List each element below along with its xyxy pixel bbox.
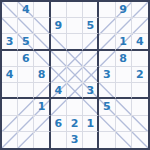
given-digit: 3 [6,35,14,48]
cell-r7c4[interactable]: 2 [67,116,83,132]
cell-r1c4[interactable] [67,18,83,34]
given-digit: 1 [86,117,94,130]
cell-r0c5[interactable] [83,2,99,18]
cell-r3c6[interactable] [99,51,115,67]
cell-r0c0[interactable] [2,2,18,18]
cell-r5c2[interactable] [34,83,50,99]
cell-r3c1[interactable]: 6 [18,51,34,67]
given-digit: 3 [103,68,111,81]
cell-r1c5[interactable]: 5 [83,18,99,34]
given-digit: 3 [71,133,79,146]
cell-r6c7[interactable] [116,99,132,115]
cell-r1c3[interactable]: 9 [51,18,67,34]
sudoku-grid: 4995351468483243156213 [2,2,148,148]
cell-r1c8[interactable] [132,18,148,34]
cell-r2c1[interactable]: 5 [18,34,34,50]
cell-r6c4[interactable] [67,99,83,115]
given-digit: 1 [119,35,127,48]
given-digit: 5 [22,35,30,48]
cell-r7c3[interactable]: 6 [51,116,67,132]
cell-r7c2[interactable] [34,116,50,132]
cell-r0c7[interactable]: 9 [116,2,132,18]
cell-r7c1[interactable] [18,116,34,132]
cell-r5c8[interactable] [132,83,148,99]
cell-r0c1[interactable]: 4 [18,2,34,18]
cell-r8c2[interactable] [34,132,50,148]
cell-r6c8[interactable] [132,99,148,115]
cell-r3c5[interactable] [83,51,99,67]
cell-r6c3[interactable] [51,99,67,115]
cell-r0c4[interactable] [67,2,83,18]
given-digit: 4 [22,3,30,16]
given-digit: 8 [38,68,46,81]
cell-r4c0[interactable]: 4 [2,67,18,83]
cell-r2c2[interactable] [34,34,50,50]
given-digit: 8 [119,52,127,65]
cell-r4c7[interactable] [116,67,132,83]
cell-r3c0[interactable] [2,51,18,67]
cell-r4c8[interactable]: 2 [132,67,148,83]
cell-r4c1[interactable] [18,67,34,83]
cell-r3c8[interactable] [132,51,148,67]
cell-r4c5[interactable] [83,67,99,83]
cell-r0c8[interactable] [132,2,148,18]
cell-r1c7[interactable] [116,18,132,34]
cell-r1c2[interactable] [34,18,50,34]
cell-r7c8[interactable] [132,116,148,132]
cell-r4c2[interactable]: 8 [34,67,50,83]
cell-r6c0[interactable] [2,99,18,115]
cell-r8c5[interactable] [83,132,99,148]
given-digit: 1 [38,100,46,113]
given-digit: 9 [119,3,127,16]
cell-r8c4[interactable]: 3 [67,132,83,148]
cell-r6c5[interactable] [83,99,99,115]
cell-r1c0[interactable] [2,18,18,34]
cell-r2c4[interactable] [67,34,83,50]
given-digit: 6 [54,117,62,130]
given-digit: 6 [22,52,30,65]
cell-r5c3[interactable]: 4 [51,83,67,99]
cell-r4c4[interactable] [67,67,83,83]
cell-r3c3[interactable] [51,51,67,67]
cell-r5c4[interactable] [67,83,83,99]
cell-r2c3[interactable] [51,34,67,50]
cell-r0c3[interactable] [51,2,67,18]
cell-r8c6[interactable] [99,132,115,148]
cell-r2c6[interactable] [99,34,115,50]
cell-r7c6[interactable] [99,116,115,132]
cell-r8c3[interactable] [51,132,67,148]
cell-r0c6[interactable] [99,2,115,18]
cell-r4c6[interactable]: 3 [99,67,115,83]
cell-r5c0[interactable] [2,83,18,99]
cell-r2c0[interactable]: 3 [2,34,18,50]
cell-r2c8[interactable]: 4 [132,34,148,50]
given-digit: 5 [86,19,94,32]
cell-r7c5[interactable]: 1 [83,116,99,132]
sudoku-board: 4995351468483243156213 [0,0,150,150]
cell-r5c6[interactable] [99,83,115,99]
cell-r3c4[interactable] [67,51,83,67]
cell-r5c7[interactable] [116,83,132,99]
given-digit: 2 [136,68,144,81]
cell-r7c7[interactable] [116,116,132,132]
given-digit: 4 [6,68,14,81]
cell-r1c6[interactable] [99,18,115,34]
given-digit: 2 [71,117,79,130]
cell-r2c7[interactable]: 1 [116,34,132,50]
cell-r0c2[interactable] [34,2,50,18]
cell-r8c7[interactable] [116,132,132,148]
cell-r3c2[interactable] [34,51,50,67]
given-digit: 5 [103,100,111,113]
cell-r6c6[interactable]: 5 [99,99,115,115]
cell-r8c1[interactable] [18,132,34,148]
cell-r1c1[interactable] [18,18,34,34]
cell-r6c2[interactable]: 1 [34,99,50,115]
cell-r3c7[interactable]: 8 [116,51,132,67]
cell-r8c0[interactable] [2,132,18,148]
cell-r5c5[interactable]: 3 [83,83,99,99]
cell-r2c5[interactable] [83,34,99,50]
given-digit: 4 [136,35,144,48]
cell-r6c1[interactable] [18,99,34,115]
given-digit: 9 [54,19,62,32]
cell-r4c3[interactable] [51,67,67,83]
given-digit: 4 [54,84,62,97]
cell-r5c1[interactable] [18,83,34,99]
given-digit: 3 [86,84,94,97]
cell-r8c8[interactable] [132,132,148,148]
cell-r7c0[interactable] [2,116,18,132]
